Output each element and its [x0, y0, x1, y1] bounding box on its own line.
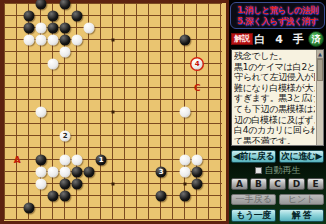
- choice-row: A B C D E: [231, 178, 324, 190]
- stone-black: [60, 178, 71, 189]
- stone-white-move-4: 4: [192, 58, 203, 69]
- stone-white: [48, 166, 59, 177]
- commentary-line: 難になり白模様が大き: [234, 83, 315, 94]
- stone-black: [72, 166, 83, 177]
- autoplay-row: 自動再生: [229, 165, 326, 176]
- choice-button-d[interactable]: D: [288, 178, 305, 190]
- choice-button-a[interactable]: A: [231, 178, 248, 190]
- stone-white: [48, 34, 59, 45]
- commentary-line: 残念でした。: [234, 51, 315, 62]
- choice-button-c[interactable]: C: [269, 178, 286, 190]
- commentary-line: ても下辺の黒模様は左: [234, 104, 315, 115]
- commentary-line: すぎます。黒3と広げ: [234, 93, 315, 104]
- stone-black: [24, 10, 35, 21]
- stone-white: [36, 106, 47, 117]
- retry-button[interactable]: もう一度: [231, 209, 276, 222]
- stone-black: [192, 166, 203, 177]
- lesson-line-1: 1.消しと荒らしの法則: [231, 5, 324, 16]
- answer-button[interactable]: 解 答: [279, 209, 324, 222]
- stone-white: [60, 166, 71, 177]
- board-label-A: A: [14, 155, 21, 164]
- choice-button-b[interactable]: B: [250, 178, 267, 190]
- stone-white: [72, 154, 83, 165]
- scroll-up-arrow-icon[interactable]: ▲: [317, 50, 323, 59]
- stone-black: [24, 22, 35, 33]
- done-badge: 済: [308, 31, 324, 47]
- star-point: [112, 38, 115, 41]
- scrollbar[interactable]: ▲: [316, 50, 323, 145]
- nav-row: ◀前に戻る 次に進む▶: [231, 150, 324, 163]
- dim-row: 一手戻る ヒント: [231, 194, 324, 205]
- stone-white: [36, 166, 47, 177]
- commentary-line: 白4のカカリに回られ: [234, 125, 315, 136]
- lesson-line-2: 5.深く入らず浅く消す: [231, 16, 324, 27]
- stone-black: [192, 178, 203, 189]
- stone-white: [48, 58, 59, 69]
- stone-white: [24, 34, 35, 45]
- stone-black: [48, 190, 59, 201]
- stone-black-move-3: 3: [156, 166, 167, 177]
- commentary-line: 辺の白模様に及ばず、: [234, 115, 315, 126]
- stone-black: [60, 22, 71, 33]
- side-panel: 1.消しと荒らしの法則 5.深く入らず浅く消す 解説 白 4 手 済 残念でした…: [229, 0, 326, 224]
- undo-button[interactable]: 一手戻る: [231, 194, 276, 205]
- stone-white: [180, 106, 191, 117]
- stone-black: [60, 190, 71, 201]
- stone-white: [180, 166, 191, 177]
- action-row: もう一度 解 答: [231, 209, 324, 222]
- move-count-title: 白 4 手: [253, 32, 308, 47]
- stone-black: [84, 166, 95, 177]
- back-button[interactable]: ◀前に戻る: [231, 150, 276, 163]
- stone-white: [60, 154, 71, 165]
- stone-black: [24, 202, 35, 213]
- commentary-line: 黒1のケイマは白2と: [234, 62, 315, 73]
- stone-black: [156, 190, 167, 201]
- stone-black: [48, 10, 59, 21]
- star-point: [112, 182, 115, 185]
- commentary-text: 残念でした。黒1のケイマは白2と守られて左辺侵入が困難になり白模様が大きすぎます…: [234, 51, 315, 144]
- stone-white: [84, 22, 95, 33]
- stone-black: [180, 34, 191, 45]
- stone-black: [48, 22, 59, 33]
- next-button[interactable]: 次に進む▶: [279, 150, 324, 163]
- hint-button[interactable]: ヒント: [279, 194, 324, 205]
- stone-black: [36, 154, 47, 165]
- stone-white: [36, 22, 47, 33]
- stone-black: [72, 10, 83, 21]
- stone-black: [180, 190, 191, 201]
- star-point: [112, 110, 115, 113]
- commentary-box: 残念でした。黒1のケイマは白2と守られて左辺侵入が困難になり白模様が大きすぎます…: [231, 49, 324, 146]
- commentary-line: 守られて左辺侵入が困: [234, 72, 315, 83]
- stone-black: [72, 178, 83, 189]
- stone-white: [192, 154, 203, 165]
- status-bar: 解説 白 4 手 済: [229, 30, 326, 48]
- stone-white: [60, 46, 71, 57]
- autoplay-checkbox[interactable]: [255, 167, 262, 174]
- stone-white: [36, 34, 47, 45]
- scroll-thumb[interactable]: [317, 59, 323, 81]
- stone-white: [180, 154, 191, 165]
- app-window: 4213AC 1.消しと荒らしの法則 5.深く入らず浅く消す 解説 白 4 手 …: [0, 0, 326, 224]
- autoplay-label: 自動再生: [265, 164, 301, 177]
- commentary-line: て黒不満です。: [234, 136, 315, 144]
- board-label-C: C: [194, 83, 201, 92]
- stone-white: [36, 178, 47, 189]
- choice-button-e[interactable]: E: [307, 178, 324, 190]
- stone-white: [72, 34, 83, 45]
- stone-white-move-2: 2: [60, 130, 71, 141]
- go-board[interactable]: 4213AC: [0, 0, 229, 224]
- commentary-tag: 解説: [231, 33, 253, 45]
- lesson-banner: 1.消しと荒らしの法則 5.深く入らず浅く消す: [230, 2, 325, 29]
- star-point: [184, 182, 187, 185]
- stone-black-move-1: 1: [96, 154, 107, 165]
- stone-black: [60, 34, 71, 45]
